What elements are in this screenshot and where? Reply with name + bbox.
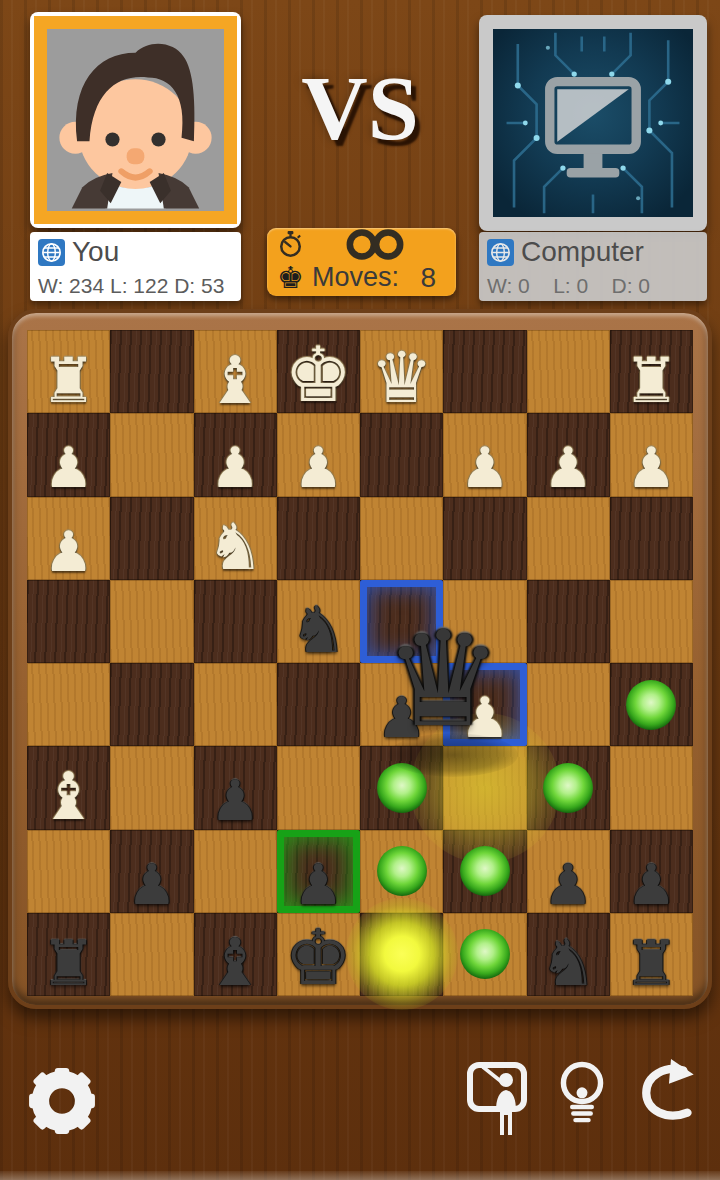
computer-record: W: 0 L: 0 D: 0: [487, 274, 650, 298]
computer-stats-box: Computer W: 0 L: 0 D: 0: [479, 232, 707, 301]
piece-wP-h2[interactable]: ♟: [27, 399, 110, 494]
infinity-icon: [340, 228, 410, 265]
piece-bN-b8[interactable]: ♞: [527, 899, 610, 994]
piece-wR-a1[interactable]: ♜: [610, 316, 693, 411]
piece-wP-b2[interactable]: ♟: [527, 399, 610, 494]
square-a4[interactable]: [610, 580, 693, 663]
square-f4[interactable]: [194, 580, 277, 663]
player-stats-box: You W: 234 L: 122 D: 53: [30, 232, 241, 301]
hint-button[interactable]: [556, 1058, 608, 1132]
circuit-monitor-illustration: [493, 29, 693, 217]
square-g2[interactable]: [110, 413, 193, 496]
undo-arrow-icon: [638, 1057, 704, 1123]
bottom-edge-strip: [0, 1171, 720, 1180]
square-g1[interactable]: [110, 330, 193, 413]
square-b4[interactable]: [527, 580, 610, 663]
square-g3[interactable]: [110, 497, 193, 580]
square-e5[interactable]: [277, 663, 360, 746]
square-g4[interactable]: [110, 580, 193, 663]
square-a3[interactable]: [610, 497, 693, 580]
piece-bK-e8[interactable]: ♚: [277, 899, 360, 994]
piece-wP-e2[interactable]: ♟: [277, 399, 360, 494]
trainer-board-icon: [466, 1059, 528, 1143]
match-info-box: ♚ Moves: 8: [267, 228, 456, 296]
globe-icon: [38, 239, 65, 266]
piece-bN-e4[interactable]: ♞: [277, 566, 360, 661]
piece-bP-b7[interactable]: ♟: [527, 816, 610, 911]
yellow-glow-d8: [346, 898, 458, 1010]
square-d2[interactable]: [360, 413, 443, 496]
move-dot-c8[interactable]: [460, 929, 510, 979]
light-bulb-icon: [558, 1059, 606, 1131]
piece-wP-a2[interactable]: ♟: [610, 399, 693, 494]
computer-avatar: [493, 29, 693, 217]
move-dot-c7[interactable]: [460, 846, 510, 896]
piece-wQ-d1[interactable]: ♛: [360, 316, 443, 411]
piece-wP-f2[interactable]: ♟: [194, 399, 277, 494]
globe-icon: [487, 239, 514, 266]
player-name: You: [72, 236, 119, 268]
undo-button[interactable]: [636, 1052, 706, 1128]
dragged-piece-bQ-from-d8[interactable]: ♛: [373, 617, 513, 742]
piece-wB-f1[interactable]: ♝: [194, 316, 277, 411]
piece-bR-h8[interactable]: ♜: [27, 899, 110, 994]
piece-bB-f8[interactable]: ♝: [194, 899, 277, 994]
move-dot-a5[interactable]: [626, 680, 676, 730]
piece-wN-f3[interactable]: ♞: [194, 483, 277, 578]
square-h4[interactable]: [27, 580, 110, 663]
chess-board[interactable]: ♜♛♚♝♜♟♟♟♟♟♟♞♟♞♟♟♟♝♟♟♟♟♜♞♚♝♜♛: [27, 330, 693, 996]
player-avatar-frame: [30, 12, 241, 228]
piece-bR-a8[interactable]: ♜: [610, 899, 693, 994]
moves-label: Moves:: [312, 262, 399, 293]
vs-label: VS: [272, 62, 448, 154]
piece-wP-c2[interactable]: ♟: [443, 399, 526, 494]
piece-bP-a7[interactable]: ♟: [610, 816, 693, 911]
square-c3[interactable]: [443, 497, 526, 580]
piece-bP-g7[interactable]: ♟: [110, 816, 193, 911]
chess-app-screen: VS: [0, 0, 720, 1180]
settings-button[interactable]: [26, 1062, 98, 1140]
player-avatar: [47, 29, 224, 211]
piece-wR-h1[interactable]: ♜: [27, 316, 110, 411]
computer-avatar-frame: [479, 15, 707, 231]
piece-wB-h6[interactable]: ♝: [27, 732, 110, 827]
boy-avatar-illustration: [47, 29, 224, 211]
square-g8[interactable]: [110, 913, 193, 996]
piece-bP-f6[interactable]: ♟: [194, 732, 277, 827]
square-b3[interactable]: [527, 497, 610, 580]
monitor-icon: [550, 82, 636, 178]
trainer-button[interactable]: [464, 1058, 530, 1144]
computer-name: Computer: [521, 236, 644, 268]
piece-wK-e1[interactable]: ♚: [277, 316, 360, 411]
moves-value: 8: [420, 262, 436, 294]
square-d3[interactable]: [360, 497, 443, 580]
square-g5[interactable]: [110, 663, 193, 746]
black-king-icon: ♚: [277, 263, 304, 293]
move-dot-d7[interactable]: [377, 846, 427, 896]
move-dot-b6[interactable]: [543, 763, 593, 813]
piece-bP-e7[interactable]: ♟: [277, 816, 360, 911]
piece-wP-h3[interactable]: ♟: [27, 483, 110, 578]
stopwatch-icon: [277, 230, 304, 263]
player-record: W: 234 L: 122 D: 53: [38, 274, 224, 298]
square-b5[interactable]: [527, 663, 610, 746]
gear-icon: [27, 1066, 97, 1136]
player-avatar-border: [34, 16, 237, 224]
